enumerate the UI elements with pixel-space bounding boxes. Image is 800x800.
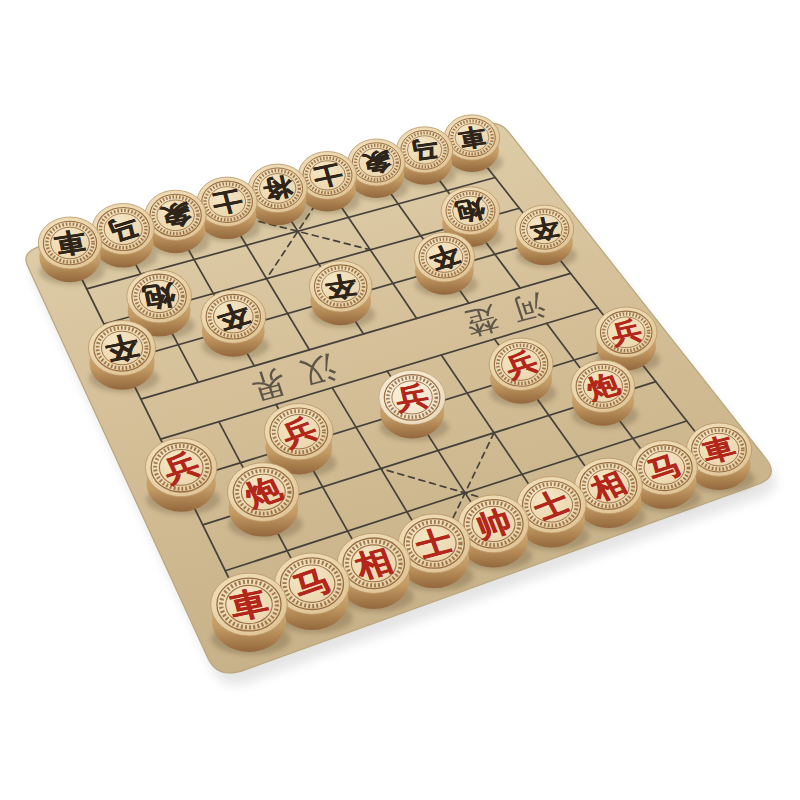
piece-red-horse-f7r9[interactable]: 马 — [631, 441, 701, 512]
piece-black-soldier-f2r3[interactable]: 卒 — [201, 290, 269, 359]
piece-black-soldier-f0r3[interactable]: 卒 — [88, 321, 158, 393]
piece-character: 車 — [456, 122, 489, 152]
piece-black-elephant-f6r0[interactable]: 象 — [348, 139, 408, 200]
piece-black-elephant-f2r0[interactable]: 象 — [145, 190, 209, 256]
piece-character: 兵 — [392, 379, 432, 416]
piece-black-soldier-f4r3[interactable]: 卒 — [309, 261, 375, 328]
piece-red-cannon-f1r7[interactable]: 炮 — [227, 463, 302, 540]
piece-red-chariot-f0r9[interactable]: 車 — [211, 573, 291, 655]
piece-red-general-f4r9[interactable]: 帅 — [458, 495, 532, 570]
piece-black-advisor-f3r0[interactable]: 士 — [197, 177, 260, 241]
piece-red-advisor-f5r9[interactable]: 士 — [517, 477, 590, 551]
piece-character: 炮 — [140, 279, 179, 314]
piece-black-chariot-f0r0[interactable]: 車 — [38, 217, 105, 285]
piece-black-chariot-f8r0[interactable]: 車 — [444, 115, 503, 174]
piece-red-elephant-f6r9[interactable]: 相 — [575, 458, 646, 531]
piece-red-chariot-f8r9[interactable]: 車 — [686, 423, 755, 493]
piece-red-cannon-f7r7[interactable]: 炮 — [571, 360, 638, 428]
piece-red-horse-f1r9[interactable]: 马 — [275, 553, 354, 633]
xiangqi-board-svg: 汉界楚河 車马象士将士炮象卒马車卒卒炮卒兵卒兵炮兵兵車马兵相炮士帅士相马車 — [0, 0, 800, 800]
piece-red-advisor-f3r9[interactable]: 士 — [398, 514, 473, 591]
piece-red-soldier-f6r6[interactable]: 兵 — [489, 338, 556, 406]
piece-black-horse-f1r0[interactable]: 马 — [92, 204, 158, 271]
piece-character: 車 — [51, 225, 89, 260]
piece-character: 象 — [360, 147, 394, 178]
piece-character: 卒 — [323, 269, 359, 303]
piece-character: 马 — [408, 135, 440, 166]
piece-black-soldier-f6r3[interactable]: 卒 — [414, 232, 478, 297]
piece-black-general-f4r0[interactable]: 将 — [248, 164, 310, 227]
piece-black-advisor-f5r0[interactable]: 士 — [298, 152, 359, 214]
piece-black-horse-f7r0[interactable]: 马 — [396, 127, 456, 187]
piece-red-soldier-f4r6[interactable]: 兵 — [379, 370, 449, 441]
piece-red-soldier-f0r6[interactable]: 兵 — [145, 438, 220, 514]
piece-black-soldier-f8r3[interactable]: 卒 — [515, 205, 577, 268]
xiangqi-photo: 汉界楚河 車马象士将士炮象卒马車卒卒炮卒兵卒兵炮兵兵車马兵相炮士帅士相马車 — [0, 0, 800, 800]
piece-red-elephant-f2r9[interactable]: 相 — [337, 533, 414, 612]
